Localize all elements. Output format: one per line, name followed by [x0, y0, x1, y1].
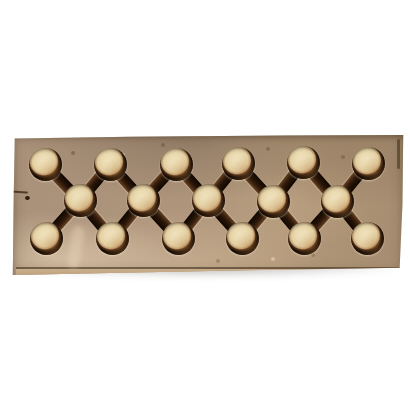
cup-top-4[interactable] [222, 147, 255, 180]
cup-bottom-3[interactable] [162, 222, 195, 255]
cup-top-6[interactable] [352, 147, 385, 180]
cup-middle-1[interactable] [64, 184, 97, 217]
edge-crack [10, 190, 28, 193]
cup-top-3[interactable] [160, 148, 193, 181]
pit-mark [25, 196, 30, 200]
cup-middle-3[interactable] [192, 184, 225, 217]
cup-middle-2[interactable] [127, 184, 160, 217]
scuff-mark [67, 225, 85, 268]
cup-bottom-5[interactable] [288, 222, 321, 255]
product-photo [0, 0, 410, 410]
clay-speckles [12, 134, 14, 136]
cup-middle-4[interactable] [257, 185, 290, 218]
cup-top-5[interactable] [287, 146, 320, 179]
cup-bottom-6[interactable] [351, 222, 384, 255]
cup-bottom-2[interactable] [96, 222, 129, 255]
cup-middle-5[interactable] [321, 185, 354, 218]
cup-bottom-4[interactable] [226, 222, 259, 255]
cup-bottom-1[interactable] [30, 222, 63, 255]
cup-top-1[interactable] [29, 148, 62, 181]
glaze-drip-mark [397, 139, 400, 169]
cup-top-2[interactable] [94, 148, 127, 181]
